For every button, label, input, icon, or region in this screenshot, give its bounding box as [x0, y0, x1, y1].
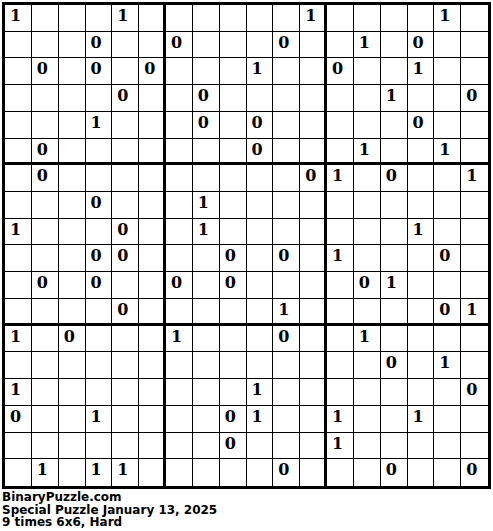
- cell-r5c6[interactable]: [139, 112, 166, 139]
- cell-r1c7[interactable]: [166, 5, 193, 32]
- cell-r8c6[interactable]: [139, 192, 166, 219]
- cell-r5c12[interactable]: [300, 112, 327, 139]
- cell-r5c15[interactable]: [381, 112, 408, 139]
- cell-r5c18[interactable]: [461, 112, 488, 139]
- cell-r14c4[interactable]: [86, 352, 113, 379]
- cell-r4c10[interactable]: [247, 85, 274, 112]
- cell-r3c2: 0: [32, 58, 59, 85]
- cell-r13c15[interactable]: [381, 326, 408, 353]
- cell-r8c12[interactable]: [300, 192, 327, 219]
- cell-r9c3[interactable]: [59, 219, 86, 246]
- cell-r11c4: 0: [86, 272, 113, 299]
- cell-r14c10[interactable]: [247, 352, 274, 379]
- cell-r4c4[interactable]: [86, 85, 113, 112]
- cell-r11c9: 0: [220, 272, 247, 299]
- cell-r17c8[interactable]: [193, 433, 220, 460]
- cell-r16c6[interactable]: [139, 406, 166, 433]
- cell-r5c11[interactable]: [273, 112, 300, 139]
- cell-r1c9[interactable]: [220, 5, 247, 32]
- cell-r14c2[interactable]: [32, 352, 59, 379]
- cell-r4c18: 0: [461, 85, 488, 112]
- cell-r13c13[interactable]: [327, 326, 354, 353]
- cell-r4c11[interactable]: [273, 85, 300, 112]
- cell-r8c2[interactable]: [32, 192, 59, 219]
- cell-r10c6[interactable]: [139, 245, 166, 272]
- cell-r18c17[interactable]: [434, 459, 461, 486]
- cell-r4c16[interactable]: [408, 85, 435, 112]
- cell-r14c7[interactable]: [166, 352, 193, 379]
- cell-r16c7[interactable]: [166, 406, 193, 433]
- cell-r18c12[interactable]: [300, 459, 327, 486]
- cell-r1c3[interactable]: [59, 5, 86, 32]
- cell-r7c6[interactable]: [139, 165, 166, 192]
- cell-r15c16[interactable]: [408, 379, 435, 406]
- cell-r9c6[interactable]: [139, 219, 166, 246]
- cell-r1c11[interactable]: [273, 5, 300, 32]
- cell-r13c12[interactable]: [300, 326, 327, 353]
- cell-r3c13: 0: [327, 58, 354, 85]
- cell-r1c1: 1: [5, 5, 32, 32]
- cell-r10c10[interactable]: [247, 245, 274, 272]
- cell-r10c11: 0: [273, 245, 300, 272]
- cell-r18c1[interactable]: [5, 459, 32, 486]
- cell-r9c18[interactable]: [461, 219, 488, 246]
- cell-r12c6[interactable]: [139, 299, 166, 326]
- cell-r17c17[interactable]: [434, 433, 461, 460]
- cell-r1c5: 1: [112, 5, 139, 32]
- cell-r3c7[interactable]: [166, 58, 193, 85]
- cell-r18c2: 1: [32, 459, 59, 486]
- cell-r6c12[interactable]: [300, 139, 327, 166]
- cell-r5c4: 1: [86, 112, 113, 139]
- cell-r5c7[interactable]: [166, 112, 193, 139]
- cell-r8c17[interactable]: [434, 192, 461, 219]
- cell-r12c17: 0: [434, 299, 461, 326]
- puzzle-board: 1111000100001010010100000110010101101100…: [2, 2, 491, 489]
- cell-r10c7[interactable]: [166, 245, 193, 272]
- cell-r16c15[interactable]: [381, 406, 408, 433]
- cell-r9c12[interactable]: [300, 219, 327, 246]
- cell-r6c5[interactable]: [112, 139, 139, 166]
- cell-r10c12[interactable]: [300, 245, 327, 272]
- cell-r15c15[interactable]: [381, 379, 408, 406]
- cell-r10c8[interactable]: [193, 245, 220, 272]
- cell-r4c2[interactable]: [32, 85, 59, 112]
- cell-r2c11: 0: [273, 32, 300, 59]
- cell-r11c16[interactable]: [408, 272, 435, 299]
- cell-r12c16[interactable]: [408, 299, 435, 326]
- cell-r16c11[interactable]: [273, 406, 300, 433]
- cell-r12c10[interactable]: [247, 299, 274, 326]
- cell-r10c3[interactable]: [59, 245, 86, 272]
- cell-r2c6[interactable]: [139, 32, 166, 59]
- cell-r14c13[interactable]: [327, 352, 354, 379]
- cell-r14c6[interactable]: [139, 352, 166, 379]
- cell-r16c17[interactable]: [434, 406, 461, 433]
- cell-r1c17: 1: [434, 5, 461, 32]
- cell-r10c1[interactable]: [5, 245, 32, 272]
- cell-r13c14: 1: [354, 326, 381, 353]
- cell-r17c11[interactable]: [273, 433, 300, 460]
- cell-r15c13[interactable]: [327, 379, 354, 406]
- cell-r8c5[interactable]: [112, 192, 139, 219]
- cell-r17c18[interactable]: [461, 433, 488, 460]
- cell-r7c17[interactable]: [434, 165, 461, 192]
- cell-r10c9: 0: [220, 245, 247, 272]
- cell-r18c7[interactable]: [166, 459, 193, 486]
- cell-r12c14[interactable]: [354, 299, 381, 326]
- site-name: BinaryPuzzle.com: [2, 491, 491, 504]
- cell-r7c10[interactable]: [247, 165, 274, 192]
- cell-r2c18[interactable]: [461, 32, 488, 59]
- cell-r12c7[interactable]: [166, 299, 193, 326]
- cell-r13c2[interactable]: [32, 326, 59, 353]
- cell-r9c17[interactable]: [434, 219, 461, 246]
- cell-r9c7[interactable]: [166, 219, 193, 246]
- cell-r12c2[interactable]: [32, 299, 59, 326]
- cell-r1c13[interactable]: [327, 5, 354, 32]
- cell-r8c11[interactable]: [273, 192, 300, 219]
- cell-r6c11[interactable]: [273, 139, 300, 166]
- cell-r9c11[interactable]: [273, 219, 300, 246]
- cell-r3c14[interactable]: [354, 58, 381, 85]
- cell-r18c4: 1: [86, 459, 113, 486]
- cell-r6c2: 0: [32, 139, 59, 166]
- cell-r4c12[interactable]: [300, 85, 327, 112]
- cell-r1c2[interactable]: [32, 5, 59, 32]
- cell-r17c6[interactable]: [139, 433, 166, 460]
- cell-r15c4[interactable]: [86, 379, 113, 406]
- cell-r11c1[interactable]: [5, 272, 32, 299]
- cell-r13c4[interactable]: [86, 326, 113, 353]
- cell-r7c4[interactable]: [86, 165, 113, 192]
- cell-r3c18[interactable]: [461, 58, 488, 85]
- cell-r7c15: 0: [381, 165, 408, 192]
- cell-r16c8[interactable]: [193, 406, 220, 433]
- cell-r9c15[interactable]: [381, 219, 408, 246]
- cell-r16c13: 1: [327, 406, 354, 433]
- cell-r2c4: 0: [86, 32, 113, 59]
- cell-r16c16: 1: [408, 406, 435, 433]
- cell-r13c18[interactable]: [461, 326, 488, 353]
- cell-r18c18: 0: [461, 459, 488, 486]
- cell-r3c10: 1: [247, 58, 274, 85]
- cell-r17c4[interactable]: [86, 433, 113, 460]
- cell-r6c9[interactable]: [220, 139, 247, 166]
- cell-r16c1: 0: [5, 406, 32, 433]
- cell-r18c10[interactable]: [247, 459, 274, 486]
- cell-r11c14: 0: [354, 272, 381, 299]
- cell-r3c12[interactable]: [300, 58, 327, 85]
- cell-r13c6[interactable]: [139, 326, 166, 353]
- cell-r18c15: 0: [381, 459, 408, 486]
- cell-r12c13[interactable]: [327, 299, 354, 326]
- cell-r7c12: 0: [300, 165, 327, 192]
- cell-r2c5[interactable]: [112, 32, 139, 59]
- cell-r3c8[interactable]: [193, 58, 220, 85]
- cell-r10c14[interactable]: [354, 245, 381, 272]
- cell-r7c18: 1: [461, 165, 488, 192]
- cell-r18c13[interactable]: [327, 459, 354, 486]
- cell-r5c2[interactable]: [32, 112, 59, 139]
- cell-r12c3[interactable]: [59, 299, 86, 326]
- cell-r13c3: 0: [59, 326, 86, 353]
- cell-r15c8[interactable]: [193, 379, 220, 406]
- cell-r3c1[interactable]: [5, 58, 32, 85]
- cell-r7c7[interactable]: [166, 165, 193, 192]
- cell-r14c11[interactable]: [273, 352, 300, 379]
- cell-r6c17: 1: [434, 139, 461, 166]
- cell-r12c12[interactable]: [300, 299, 327, 326]
- cell-r15c14[interactable]: [354, 379, 381, 406]
- cell-r2c17[interactable]: [434, 32, 461, 59]
- cell-r13c16[interactable]: [408, 326, 435, 353]
- cell-r10c13: 1: [327, 245, 354, 272]
- cell-r2c9[interactable]: [220, 32, 247, 59]
- cell-r1c4[interactable]: [86, 5, 113, 32]
- cell-r17c10[interactable]: [247, 433, 274, 460]
- cell-r11c3[interactable]: [59, 272, 86, 299]
- cell-r14c16[interactable]: [408, 352, 435, 379]
- cell-r16c2[interactable]: [32, 406, 59, 433]
- cell-r6c15[interactable]: [381, 139, 408, 166]
- cell-r4c14[interactable]: [354, 85, 381, 112]
- cell-r4c13[interactable]: [327, 85, 354, 112]
- cell-r8c7[interactable]: [166, 192, 193, 219]
- cell-r9c8: 1: [193, 219, 220, 246]
- cell-r15c5[interactable]: [112, 379, 139, 406]
- cell-r5c3[interactable]: [59, 112, 86, 139]
- cell-r17c16[interactable]: [408, 433, 435, 460]
- cell-r14c14[interactable]: [354, 352, 381, 379]
- cell-r2c13[interactable]: [327, 32, 354, 59]
- cell-r18c14[interactable]: [354, 459, 381, 486]
- cell-r1c16[interactable]: [408, 5, 435, 32]
- cell-r15c7[interactable]: [166, 379, 193, 406]
- cell-r3c9[interactable]: [220, 58, 247, 85]
- cell-r4c5: 0: [112, 85, 139, 112]
- cell-r6c1[interactable]: [5, 139, 32, 166]
- cell-r14c8[interactable]: [193, 352, 220, 379]
- cell-r4c1[interactable]: [5, 85, 32, 112]
- cell-r4c6[interactable]: [139, 85, 166, 112]
- cell-r14c3[interactable]: [59, 352, 86, 379]
- cell-r9c10[interactable]: [247, 219, 274, 246]
- cell-r2c2[interactable]: [32, 32, 59, 59]
- cell-r5c14[interactable]: [354, 112, 381, 139]
- cell-r6c3[interactable]: [59, 139, 86, 166]
- cell-r18c5: 1: [112, 459, 139, 486]
- cell-r14c18[interactable]: [461, 352, 488, 379]
- cell-r11c18[interactable]: [461, 272, 488, 299]
- cell-r15c11[interactable]: [273, 379, 300, 406]
- cell-r1c18[interactable]: [461, 5, 488, 32]
- cell-r13c1: 1: [5, 326, 32, 353]
- cell-r2c15[interactable]: [381, 32, 408, 59]
- cell-r9c4[interactable]: [86, 219, 113, 246]
- cell-r4c7[interactable]: [166, 85, 193, 112]
- cell-r5c10: 0: [247, 112, 274, 139]
- cell-r2c3[interactable]: [59, 32, 86, 59]
- cell-r13c9[interactable]: [220, 326, 247, 353]
- cell-r9c1: 1: [5, 219, 32, 246]
- cell-r16c14[interactable]: [354, 406, 381, 433]
- cell-r6c8[interactable]: [193, 139, 220, 166]
- cell-r6c6[interactable]: [139, 139, 166, 166]
- cell-r12c1[interactable]: [5, 299, 32, 326]
- cell-r9c2[interactable]: [32, 219, 59, 246]
- cell-r8c13[interactable]: [327, 192, 354, 219]
- cell-r3c17[interactable]: [434, 58, 461, 85]
- cell-r8c18[interactable]: [461, 192, 488, 219]
- cell-r3c6: 0: [139, 58, 166, 85]
- cell-r14c9[interactable]: [220, 352, 247, 379]
- cell-r8c3[interactable]: [59, 192, 86, 219]
- cell-r18c11: 0: [273, 459, 300, 486]
- cell-r8c16[interactable]: [408, 192, 435, 219]
- cell-r17c5[interactable]: [112, 433, 139, 460]
- cell-r11c12[interactable]: [300, 272, 327, 299]
- cell-r4c17[interactable]: [434, 85, 461, 112]
- cell-r6c4[interactable]: [86, 139, 113, 166]
- cell-r3c3[interactable]: [59, 58, 86, 85]
- cell-r3c15[interactable]: [381, 58, 408, 85]
- cell-r8c14[interactable]: [354, 192, 381, 219]
- cell-r1c6[interactable]: [139, 5, 166, 32]
- cell-r13c5[interactable]: [112, 326, 139, 353]
- cell-r11c2: 0: [32, 272, 59, 299]
- cell-r7c8[interactable]: [193, 165, 220, 192]
- cell-r16c4: 1: [86, 406, 113, 433]
- cell-r3c11[interactable]: [273, 58, 300, 85]
- cell-r9c14[interactable]: [354, 219, 381, 246]
- cell-r17c2[interactable]: [32, 433, 59, 460]
- cell-r6c14: 1: [354, 139, 381, 166]
- cell-r7c9[interactable]: [220, 165, 247, 192]
- cell-r2c14: 1: [354, 32, 381, 59]
- cell-r16c3[interactable]: [59, 406, 86, 433]
- cell-r5c17[interactable]: [434, 112, 461, 139]
- cell-r8c15[interactable]: [381, 192, 408, 219]
- cell-r16c5[interactable]: [112, 406, 139, 433]
- cell-r2c7: 0: [166, 32, 193, 59]
- cell-r11c6[interactable]: [139, 272, 166, 299]
- cell-r16c9: 0: [220, 406, 247, 433]
- cell-r12c4[interactable]: [86, 299, 113, 326]
- cell-r7c3[interactable]: [59, 165, 86, 192]
- cell-r15c10: 1: [247, 379, 274, 406]
- cell-r1c10[interactable]: [247, 5, 274, 32]
- cell-r17c1[interactable]: [5, 433, 32, 460]
- puzzle-format: 9 times 6x6, Hard: [2, 516, 491, 529]
- cell-r7c14[interactable]: [354, 165, 381, 192]
- cell-r17c15[interactable]: [381, 433, 408, 460]
- cell-r15c6[interactable]: [139, 379, 166, 406]
- cell-r11c11[interactable]: [273, 272, 300, 299]
- cell-r18c6[interactable]: [139, 459, 166, 486]
- cell-r4c3[interactable]: [59, 85, 86, 112]
- cell-r12c18: 1: [461, 299, 488, 326]
- cell-r14c12[interactable]: [300, 352, 327, 379]
- cell-r6c18[interactable]: [461, 139, 488, 166]
- cell-r16c12[interactable]: [300, 406, 327, 433]
- cell-r2c10[interactable]: [247, 32, 274, 59]
- cell-r13c10[interactable]: [247, 326, 274, 353]
- cell-r13c8[interactable]: [193, 326, 220, 353]
- cell-r15c9[interactable]: [220, 379, 247, 406]
- cell-r2c1[interactable]: [5, 32, 32, 59]
- cell-r1c8[interactable]: [193, 5, 220, 32]
- cell-r18c3[interactable]: [59, 459, 86, 486]
- cell-r7c5[interactable]: [112, 165, 139, 192]
- cell-r2c12[interactable]: [300, 32, 327, 59]
- cell-r15c3[interactable]: [59, 379, 86, 406]
- cell-r13c17[interactable]: [434, 326, 461, 353]
- cell-r11c13[interactable]: [327, 272, 354, 299]
- cell-r5c9[interactable]: [220, 112, 247, 139]
- cell-r10c18[interactable]: [461, 245, 488, 272]
- cell-r14c5[interactable]: [112, 352, 139, 379]
- cell-r10c15[interactable]: [381, 245, 408, 272]
- cell-r1c15[interactable]: [381, 5, 408, 32]
- cell-r15c2[interactable]: [32, 379, 59, 406]
- cell-r3c5[interactable]: [112, 58, 139, 85]
- cell-r2c8[interactable]: [193, 32, 220, 59]
- cell-r4c9[interactable]: [220, 85, 247, 112]
- cell-r15c17[interactable]: [434, 379, 461, 406]
- cell-r6c13[interactable]: [327, 139, 354, 166]
- cell-r1c14[interactable]: [354, 5, 381, 32]
- cell-r13c7: 1: [166, 326, 193, 353]
- cell-r18c8[interactable]: [193, 459, 220, 486]
- cell-r12c15[interactable]: [381, 299, 408, 326]
- cell-r18c16[interactable]: [408, 459, 435, 486]
- cell-r7c1[interactable]: [5, 165, 32, 192]
- cell-r7c16[interactable]: [408, 165, 435, 192]
- cell-r5c1[interactable]: [5, 112, 32, 139]
- cell-r16c18[interactable]: [461, 406, 488, 433]
- cell-r12c8[interactable]: [193, 299, 220, 326]
- cell-r8c10[interactable]: [247, 192, 274, 219]
- cell-r11c8[interactable]: [193, 272, 220, 299]
- cell-r11c5[interactable]: [112, 272, 139, 299]
- cell-r10c2[interactable]: [32, 245, 59, 272]
- cell-r11c10[interactable]: [247, 272, 274, 299]
- cell-r17c13: 1: [327, 433, 354, 460]
- cell-r8c9[interactable]: [220, 192, 247, 219]
- cell-r10c16[interactable]: [408, 245, 435, 272]
- cell-r6c7[interactable]: [166, 139, 193, 166]
- cell-r15c12[interactable]: [300, 379, 327, 406]
- cell-r6c16[interactable]: [408, 139, 435, 166]
- cell-r7c11[interactable]: [273, 165, 300, 192]
- cell-r15c1: 1: [5, 379, 32, 406]
- cell-r8c1[interactable]: [5, 192, 32, 219]
- cell-r11c17[interactable]: [434, 272, 461, 299]
- cell-r9c13[interactable]: [327, 219, 354, 246]
- cell-r4c15: 1: [381, 85, 408, 112]
- cell-r9c9[interactable]: [220, 219, 247, 246]
- cell-r14c1[interactable]: [5, 352, 32, 379]
- cell-r5c5[interactable]: [112, 112, 139, 139]
- cell-r18c9[interactable]: [220, 459, 247, 486]
- cell-r5c13[interactable]: [327, 112, 354, 139]
- cell-r17c3[interactable]: [59, 433, 86, 460]
- cell-r17c14[interactable]: [354, 433, 381, 460]
- cell-r17c12[interactable]: [300, 433, 327, 460]
- cell-r12c9[interactable]: [220, 299, 247, 326]
- cell-r17c7[interactable]: [166, 433, 193, 460]
